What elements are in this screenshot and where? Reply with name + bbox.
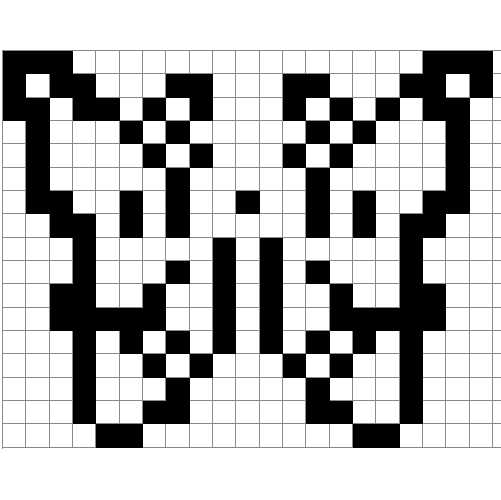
grid-cell — [260, 354, 283, 377]
grid-cell — [213, 378, 236, 401]
grid-cell — [376, 214, 399, 237]
grid-cell — [190, 98, 213, 121]
grid-cell — [446, 308, 469, 331]
grid-cell — [120, 238, 143, 261]
grid-cell — [50, 121, 73, 144]
grid-cell — [446, 214, 469, 237]
grid-cell — [73, 284, 96, 307]
grid-cell — [400, 308, 423, 331]
grid-cell — [236, 378, 259, 401]
grid-cell — [26, 51, 49, 74]
grid-cell — [400, 121, 423, 144]
grid-cell — [283, 378, 306, 401]
grid-cell — [493, 121, 501, 144]
pixel-grid-board-viewport — [2, 50, 501, 449]
grid-cell — [470, 284, 493, 307]
grid-cell — [96, 284, 119, 307]
pixel-grid-board — [2, 50, 501, 449]
grid-cell — [3, 214, 26, 237]
grid-cell — [26, 168, 49, 191]
grid-cell — [3, 284, 26, 307]
grid-cell — [260, 74, 283, 97]
grid-cell — [493, 308, 501, 331]
grid-cell — [283, 401, 306, 424]
grid-cell — [400, 378, 423, 401]
grid-cell — [166, 354, 189, 377]
grid-cell — [470, 98, 493, 121]
grid-cell — [470, 354, 493, 377]
grid-cell — [236, 284, 259, 307]
grid-cell — [120, 378, 143, 401]
grid-cell — [3, 51, 26, 74]
grid-cell — [446, 51, 469, 74]
grid-cell — [213, 168, 236, 191]
grid-cell — [283, 354, 306, 377]
grid-cell — [143, 238, 166, 261]
grid-cell — [3, 74, 26, 97]
grid-cell — [353, 214, 376, 237]
grid-cell — [50, 308, 73, 331]
grid-cell — [400, 144, 423, 167]
grid-cell — [493, 191, 501, 214]
grid-cell — [213, 424, 236, 447]
grid-cell — [493, 424, 501, 447]
grid-cell — [330, 284, 353, 307]
grid-cell — [423, 51, 446, 74]
grid-cell — [283, 424, 306, 447]
grid-cell — [283, 168, 306, 191]
grid-cell — [330, 308, 353, 331]
grid-cell — [96, 121, 119, 144]
grid-cell — [353, 261, 376, 284]
grid-cell — [470, 378, 493, 401]
grid-cell — [190, 51, 213, 74]
grid-cell — [423, 308, 446, 331]
grid-cell — [26, 378, 49, 401]
grid-cell — [213, 401, 236, 424]
grid-cell — [143, 98, 166, 121]
grid-cell — [120, 308, 143, 331]
grid-cell — [190, 214, 213, 237]
grid-cell — [400, 261, 423, 284]
grid-cell — [166, 238, 189, 261]
grid-cell — [306, 98, 329, 121]
grid-cell — [50, 354, 73, 377]
grid-cell — [283, 51, 306, 74]
grid-cell — [423, 74, 446, 97]
grid-cell — [3, 121, 26, 144]
grid-cell — [423, 331, 446, 354]
grid-cell — [400, 214, 423, 237]
grid-cell — [423, 191, 446, 214]
grid-cell — [50, 191, 73, 214]
grid-cell — [166, 261, 189, 284]
grid-cell — [213, 191, 236, 214]
grid-cell — [260, 284, 283, 307]
grid-cell — [166, 308, 189, 331]
grid-cell — [3, 168, 26, 191]
grid-cell — [73, 261, 96, 284]
grid-cell — [190, 354, 213, 377]
grid-cell — [96, 98, 119, 121]
grid-cell — [423, 424, 446, 447]
grid-cell — [306, 284, 329, 307]
grid-cell — [260, 308, 283, 331]
grid-cell — [213, 51, 236, 74]
grid-cell — [120, 331, 143, 354]
grid-cell — [376, 401, 399, 424]
grid-cell — [236, 144, 259, 167]
grid-cell — [166, 98, 189, 121]
grid-cell — [73, 424, 96, 447]
grid-cell — [143, 424, 166, 447]
grid-cell — [330, 168, 353, 191]
grid-cell — [283, 331, 306, 354]
grid-cell — [236, 51, 259, 74]
grid-cell — [423, 238, 446, 261]
grid-cell — [120, 354, 143, 377]
grid-cell — [50, 214, 73, 237]
grid-cell — [423, 284, 446, 307]
grid-cell — [376, 98, 399, 121]
grid-cell — [306, 121, 329, 144]
grid-cell — [166, 331, 189, 354]
grid-cell — [446, 354, 469, 377]
grid-cell — [73, 51, 96, 74]
grid-cell — [353, 354, 376, 377]
grid-cell — [260, 51, 283, 74]
grid-cell — [260, 214, 283, 237]
grid-cell — [470, 121, 493, 144]
grid-cell — [283, 238, 306, 261]
grid-cell — [73, 191, 96, 214]
grid-cell — [96, 191, 119, 214]
grid-cell — [446, 424, 469, 447]
grid-cell — [213, 308, 236, 331]
grid-cell — [120, 144, 143, 167]
grid-cell — [446, 401, 469, 424]
grid-cell — [400, 51, 423, 74]
grid-cell — [26, 121, 49, 144]
grid-cell — [260, 378, 283, 401]
grid-cell — [73, 401, 96, 424]
grid-cell — [353, 191, 376, 214]
grid-cell — [306, 261, 329, 284]
grid-cell — [190, 74, 213, 97]
grid-cell — [120, 424, 143, 447]
grid-cell — [306, 378, 329, 401]
grid-cell — [260, 331, 283, 354]
grid-cell — [446, 284, 469, 307]
grid-cell — [96, 238, 119, 261]
grid-cell — [376, 378, 399, 401]
grid-cell — [330, 144, 353, 167]
grid-cell — [330, 331, 353, 354]
grid-cell — [330, 424, 353, 447]
grid-cell — [400, 284, 423, 307]
grid-cell — [260, 144, 283, 167]
grid-cell — [50, 378, 73, 401]
grid-cell — [446, 168, 469, 191]
grid-cell — [120, 74, 143, 97]
grid-cell — [330, 214, 353, 237]
grid-cell — [306, 238, 329, 261]
grid-cell — [213, 98, 236, 121]
grid-cell — [166, 121, 189, 144]
grid-cell — [446, 331, 469, 354]
grid-cell — [120, 121, 143, 144]
grid-cell — [493, 168, 501, 191]
grid-cell — [330, 98, 353, 121]
grid-cell — [493, 238, 501, 261]
grid-cell — [166, 424, 189, 447]
grid-cell — [470, 401, 493, 424]
grid-cell — [353, 401, 376, 424]
grid-cell — [143, 191, 166, 214]
grid-cell — [26, 354, 49, 377]
grid-cell — [190, 331, 213, 354]
grid-cell — [190, 401, 213, 424]
grid-cell — [213, 144, 236, 167]
grid-cell — [330, 238, 353, 261]
grid-cell — [236, 121, 259, 144]
grid-cell — [166, 74, 189, 97]
grid-cell — [283, 74, 306, 97]
grid-cell — [330, 191, 353, 214]
grid-cell — [353, 121, 376, 144]
grid-cell — [3, 191, 26, 214]
grid-cell — [3, 354, 26, 377]
grid-cell — [260, 98, 283, 121]
grid-cell — [190, 191, 213, 214]
grid-cell — [26, 261, 49, 284]
grid-cell — [493, 74, 501, 97]
grid-cell — [73, 378, 96, 401]
grid-cell — [353, 378, 376, 401]
grid-cell — [166, 284, 189, 307]
grid-cell — [446, 74, 469, 97]
grid-cell — [306, 74, 329, 97]
grid-cell — [236, 168, 259, 191]
grid-cell — [260, 261, 283, 284]
grid-cell — [400, 331, 423, 354]
grid-cell — [190, 308, 213, 331]
grid-cell — [50, 168, 73, 191]
grid-cell — [143, 378, 166, 401]
grid-cell — [26, 238, 49, 261]
grid-cell — [190, 144, 213, 167]
grid-cell — [143, 74, 166, 97]
grid-cell — [470, 144, 493, 167]
grid-cell — [423, 261, 446, 284]
grid-cell — [190, 238, 213, 261]
grid-cell — [353, 98, 376, 121]
grid-cell — [493, 261, 501, 284]
grid-cell — [96, 331, 119, 354]
grid-cell — [236, 98, 259, 121]
grid-cell — [73, 354, 96, 377]
grid-cell — [353, 284, 376, 307]
grid-cell — [306, 168, 329, 191]
grid-cell — [470, 168, 493, 191]
grid-cell — [493, 401, 501, 424]
grid-cell — [493, 144, 501, 167]
grid-cell — [143, 168, 166, 191]
grid-cell — [306, 144, 329, 167]
grid-cell — [306, 51, 329, 74]
grid-cell — [166, 144, 189, 167]
grid-cell — [50, 238, 73, 261]
grid-cell — [166, 51, 189, 74]
grid-cell — [26, 308, 49, 331]
grid-cell — [26, 424, 49, 447]
grid-cell — [73, 168, 96, 191]
grid-cell — [190, 378, 213, 401]
screenshot-canvas: { "game": "nonogram-picross-solved-grid"… — [0, 0, 501, 500]
grid-cell — [283, 308, 306, 331]
grid-cell — [236, 214, 259, 237]
grid-cell — [166, 401, 189, 424]
grid-cell — [73, 74, 96, 97]
grid-cell — [353, 51, 376, 74]
grid-cell — [353, 308, 376, 331]
grid-cell — [120, 261, 143, 284]
grid-cell — [493, 331, 501, 354]
grid-cell — [120, 168, 143, 191]
grid-cell — [260, 168, 283, 191]
grid-cell — [96, 214, 119, 237]
grid-cell — [120, 214, 143, 237]
grid-cell — [166, 191, 189, 214]
grid-cell — [330, 121, 353, 144]
grid-cell — [330, 354, 353, 377]
grid-cell — [353, 168, 376, 191]
grid-cell — [283, 261, 306, 284]
grid-cell — [423, 98, 446, 121]
grid-cell — [376, 168, 399, 191]
grid-cell — [283, 214, 306, 237]
grid-cell — [353, 144, 376, 167]
grid-cell — [166, 214, 189, 237]
grid-cell — [493, 378, 501, 401]
grid-cell — [306, 191, 329, 214]
grid-cell — [213, 331, 236, 354]
grid-cell — [283, 191, 306, 214]
grid-cell — [470, 214, 493, 237]
grid-cell — [26, 98, 49, 121]
grid-cell — [376, 424, 399, 447]
grid-cell — [213, 238, 236, 261]
grid-cell — [3, 331, 26, 354]
grid-cell — [236, 401, 259, 424]
grid-cell — [376, 308, 399, 331]
grid-cell — [50, 74, 73, 97]
grid-cell — [143, 261, 166, 284]
grid-cell — [50, 98, 73, 121]
grid-cell — [236, 74, 259, 97]
grid-cell — [73, 144, 96, 167]
grid-cell — [400, 168, 423, 191]
grid-cell — [353, 424, 376, 447]
grid-cell — [120, 401, 143, 424]
grid-cell — [306, 401, 329, 424]
grid-cell — [470, 191, 493, 214]
grid-cell — [423, 401, 446, 424]
grid-cell — [470, 331, 493, 354]
grid-cell — [143, 51, 166, 74]
grid-cell — [330, 51, 353, 74]
grid-cell — [166, 378, 189, 401]
grid-cell — [330, 401, 353, 424]
grid-cell — [400, 98, 423, 121]
grid-cell — [283, 144, 306, 167]
grid-cell — [376, 238, 399, 261]
grid-cell — [446, 238, 469, 261]
grid-cell — [423, 214, 446, 237]
grid-cell — [470, 74, 493, 97]
grid-cell — [190, 424, 213, 447]
grid-cell — [26, 214, 49, 237]
grid-cell — [190, 121, 213, 144]
grid-cell — [376, 354, 399, 377]
grid-cell — [143, 354, 166, 377]
grid-cell — [96, 424, 119, 447]
grid-cell — [446, 121, 469, 144]
grid-cell — [120, 51, 143, 74]
grid-cell — [96, 168, 119, 191]
grid-cell — [96, 378, 119, 401]
grid-cell — [3, 401, 26, 424]
grid-cell — [306, 214, 329, 237]
grid-cell — [143, 144, 166, 167]
grid-cell — [50, 261, 73, 284]
grid-cell — [96, 401, 119, 424]
grid-cell — [143, 331, 166, 354]
grid-cell — [260, 121, 283, 144]
grid-cell — [400, 191, 423, 214]
grid-cell — [470, 238, 493, 261]
grid-cell — [143, 284, 166, 307]
grid-cell — [283, 121, 306, 144]
grid-cell — [26, 191, 49, 214]
grid-cell — [423, 121, 446, 144]
grid-cell — [26, 284, 49, 307]
grid-cell — [213, 74, 236, 97]
grid-cell — [306, 308, 329, 331]
grid-cell — [236, 354, 259, 377]
grid-cell — [353, 331, 376, 354]
grid-cell — [306, 331, 329, 354]
grid-cell — [376, 261, 399, 284]
grid-cell — [213, 284, 236, 307]
grid-cell — [493, 284, 501, 307]
grid-cell — [3, 98, 26, 121]
grid-cell — [236, 331, 259, 354]
grid-cell — [3, 378, 26, 401]
grid-cell — [376, 144, 399, 167]
grid-cell — [143, 308, 166, 331]
grid-cell — [470, 261, 493, 284]
grid-cell — [50, 284, 73, 307]
grid-cell — [73, 98, 96, 121]
grid-cell — [493, 51, 501, 74]
grid-cell — [470, 51, 493, 74]
grid-cell — [50, 144, 73, 167]
grid-cell — [236, 261, 259, 284]
grid-cell — [423, 144, 446, 167]
grid-cell — [446, 144, 469, 167]
grid-cell — [73, 214, 96, 237]
